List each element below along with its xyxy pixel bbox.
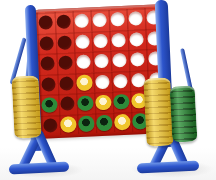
product-photo <box>0 0 216 180</box>
yellow-disc <box>114 114 130 130</box>
board-cell-r2c4 <box>91 30 110 51</box>
board-cell-r1c4 <box>90 10 109 31</box>
empty-hole <box>60 97 75 112</box>
empty-hole <box>113 74 128 89</box>
empty-hole <box>38 15 53 30</box>
empty-hole <box>75 34 90 49</box>
board-cell-r4c2 <box>57 73 76 94</box>
board-cell-r5c4 <box>94 92 113 113</box>
empty-hole <box>39 36 54 51</box>
empty-hole <box>129 32 144 47</box>
board-cell-r4c3 <box>75 72 94 93</box>
yellow-disc <box>95 94 111 110</box>
board-cell-r4c5 <box>111 70 130 91</box>
yellow-disc <box>76 74 92 90</box>
empty-hole <box>74 14 89 29</box>
board-cell-r6c4 <box>95 112 114 133</box>
board-cell-r1c1 <box>36 12 55 33</box>
empty-hole <box>92 13 107 28</box>
empty-hole <box>40 56 55 71</box>
board-cell-r1c6 <box>126 8 145 29</box>
empty-hole <box>58 56 73 71</box>
empty-hole <box>110 12 125 27</box>
board-cell-r4c4 <box>93 71 112 92</box>
board-cell-r4c1 <box>39 74 58 95</box>
board-cell-r1c2 <box>54 11 73 32</box>
empty-hole <box>112 53 127 68</box>
empty-hole <box>95 74 110 89</box>
board-cell-r5c3 <box>76 92 95 113</box>
empty-hole <box>111 33 126 48</box>
board-cell-r3c6 <box>128 49 147 70</box>
left-foot-base <box>9 161 69 174</box>
green-disc <box>41 97 57 113</box>
board-cell-r3c4 <box>92 51 111 72</box>
board-cell-r6c3 <box>77 113 96 134</box>
empty-hole <box>56 15 71 30</box>
board-cell-r3c5 <box>110 50 129 71</box>
empty-hole <box>93 33 108 48</box>
empty-hole <box>59 76 74 91</box>
empty-hole <box>94 54 109 69</box>
board-cell-r3c3 <box>74 51 93 72</box>
empty-hole <box>57 35 72 50</box>
board-cell-r2c3 <box>73 31 92 52</box>
empty-hole <box>130 52 145 67</box>
board-cell-r2c2 <box>55 32 74 53</box>
board-cell-r5c2 <box>58 93 77 114</box>
green-disc <box>113 93 129 109</box>
board-cell-r5c5 <box>112 91 131 112</box>
board-cell-r2c6 <box>127 29 146 50</box>
right-foot-base <box>137 160 199 173</box>
board-cell-r2c1 <box>37 33 56 54</box>
empty-hole <box>128 11 143 26</box>
green-disc <box>77 95 93 111</box>
yellow-disc-stack-right <box>143 77 174 146</box>
board-cell-r3c1 <box>38 53 57 74</box>
board-cell-r1c5 <box>108 9 127 30</box>
green-disc <box>96 115 112 131</box>
board-cell-r5c1 <box>40 94 59 115</box>
empty-hole <box>41 77 56 92</box>
yellow-disc-stack-left <box>11 75 41 138</box>
board-cell-r1c3 <box>72 10 91 31</box>
board-cell-r2c5 <box>109 29 128 50</box>
empty-hole <box>76 55 91 70</box>
board-cell-r6c5 <box>113 111 132 132</box>
green-disc <box>78 115 94 131</box>
board-cell-r3c2 <box>56 52 75 73</box>
green-disc-stack-right <box>170 85 198 142</box>
